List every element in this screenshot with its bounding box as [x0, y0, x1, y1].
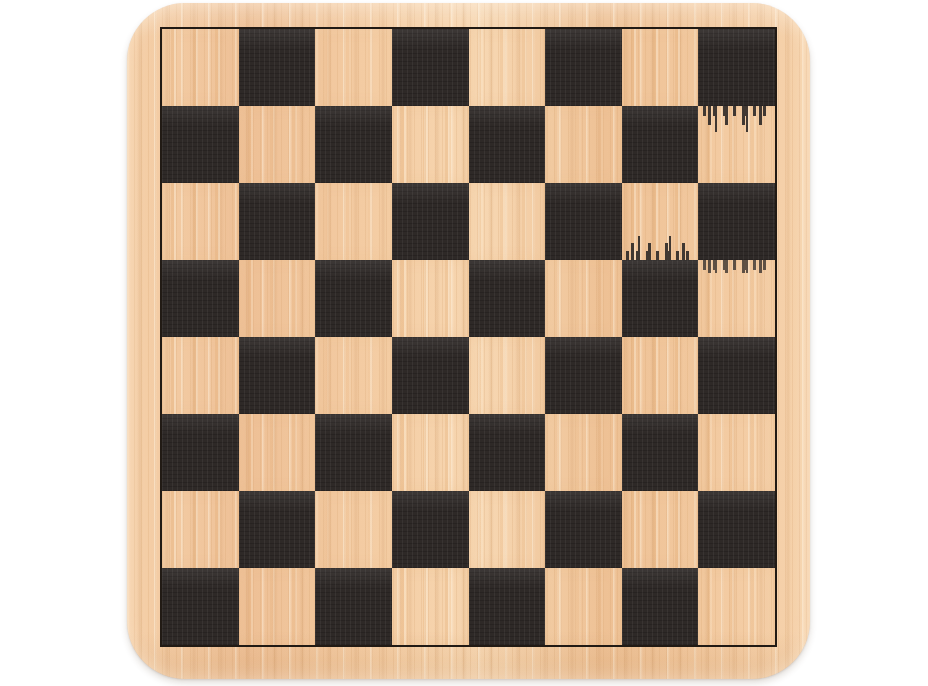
square-h4[interactable]	[698, 337, 775, 414]
square-f6[interactable]	[545, 183, 622, 260]
chessboard-grid	[160, 27, 777, 647]
square-e3[interactable]	[469, 414, 546, 491]
square-d4[interactable]	[392, 337, 469, 414]
square-e2[interactable]	[469, 491, 546, 568]
square-c4[interactable]	[315, 337, 392, 414]
square-g3[interactable]	[622, 414, 699, 491]
square-a3[interactable]	[162, 414, 239, 491]
square-a5[interactable]	[162, 260, 239, 337]
square-a1[interactable]	[162, 568, 239, 645]
square-e6[interactable]	[469, 183, 546, 260]
square-g2[interactable]	[622, 491, 699, 568]
square-h3[interactable]	[698, 414, 775, 491]
square-a6[interactable]	[162, 183, 239, 260]
paint-drip-mark	[703, 106, 770, 132]
square-d1[interactable]	[392, 568, 469, 645]
square-b7[interactable]	[239, 106, 316, 183]
square-f8[interactable]	[545, 29, 622, 106]
square-b5[interactable]	[239, 260, 316, 337]
square-g5[interactable]	[622, 260, 699, 337]
square-b4[interactable]	[239, 337, 316, 414]
square-b1[interactable]	[239, 568, 316, 645]
square-b3[interactable]	[239, 414, 316, 491]
square-c2[interactable]	[315, 491, 392, 568]
square-e1[interactable]	[469, 568, 546, 645]
square-f3[interactable]	[545, 414, 622, 491]
square-a4[interactable]	[162, 337, 239, 414]
square-e5[interactable]	[469, 260, 546, 337]
square-h2[interactable]	[698, 491, 775, 568]
square-c7[interactable]	[315, 106, 392, 183]
square-d2[interactable]	[392, 491, 469, 568]
square-c1[interactable]	[315, 568, 392, 645]
square-f5[interactable]	[545, 260, 622, 337]
photo-background	[0, 0, 928, 686]
square-g7[interactable]	[622, 106, 699, 183]
square-h7[interactable]	[698, 106, 775, 183]
square-h6[interactable]	[698, 183, 775, 260]
paint-drip-mark	[703, 260, 770, 273]
square-d7[interactable]	[392, 106, 469, 183]
square-d6[interactable]	[392, 183, 469, 260]
square-g1[interactable]	[622, 568, 699, 645]
square-h1[interactable]	[698, 568, 775, 645]
square-b6[interactable]	[239, 183, 316, 260]
square-d5[interactable]	[392, 260, 469, 337]
square-f2[interactable]	[545, 491, 622, 568]
square-g4[interactable]	[622, 337, 699, 414]
square-g6[interactable]	[622, 183, 699, 260]
square-h8[interactable]	[698, 29, 775, 106]
square-a2[interactable]	[162, 491, 239, 568]
square-c8[interactable]	[315, 29, 392, 106]
square-c3[interactable]	[315, 414, 392, 491]
square-b2[interactable]	[239, 491, 316, 568]
square-c6[interactable]	[315, 183, 392, 260]
square-e7[interactable]	[469, 106, 546, 183]
wooden-board-frame	[127, 3, 810, 679]
square-f4[interactable]	[545, 337, 622, 414]
square-c5[interactable]	[315, 260, 392, 337]
square-d8[interactable]	[392, 29, 469, 106]
square-f7[interactable]	[545, 106, 622, 183]
square-f1[interactable]	[545, 568, 622, 645]
square-b8[interactable]	[239, 29, 316, 106]
paint-drip-mark	[626, 236, 693, 260]
square-g8[interactable]	[622, 29, 699, 106]
square-a8[interactable]	[162, 29, 239, 106]
square-h5[interactable]	[698, 260, 775, 337]
square-d3[interactable]	[392, 414, 469, 491]
square-e8[interactable]	[469, 29, 546, 106]
square-e4[interactable]	[469, 337, 546, 414]
square-a7[interactable]	[162, 106, 239, 183]
